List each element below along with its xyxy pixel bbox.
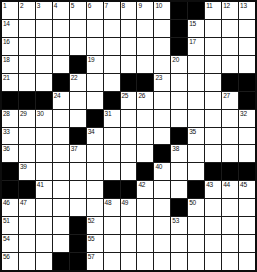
- black-cell-r5c9: [137, 74, 153, 91]
- cell-r6c11[interactable]: [171, 92, 187, 109]
- crossword-puzzle: 1234567891011121314151617181920212223242…: [0, 0, 257, 272]
- black-cell-r5c4: [53, 74, 69, 91]
- cell-r11c11[interactable]: [171, 181, 187, 198]
- black-cell-r12c11: [171, 199, 187, 216]
- cell-r2c4[interactable]: [53, 20, 69, 37]
- cell-r6c8[interactable]: 25: [121, 92, 137, 109]
- clue-number: 3: [37, 2, 40, 9]
- cell-r9c4[interactable]: [53, 145, 69, 162]
- cell-r4c12[interactable]: [188, 56, 204, 73]
- clue-number: 45: [240, 181, 247, 188]
- cell-r10c12[interactable]: [188, 163, 204, 180]
- cell-r5c11[interactable]: [171, 74, 187, 91]
- cell-r6c6[interactable]: [87, 92, 103, 109]
- cell-r3c6[interactable]: [87, 38, 103, 55]
- cell-r6c13[interactable]: [205, 92, 221, 109]
- cell-r1c8[interactable]: 8: [121, 2, 137, 19]
- clue-number: 55: [88, 235, 95, 242]
- cell-r2c14[interactable]: [222, 20, 238, 37]
- cell-r13c8[interactable]: [121, 217, 137, 234]
- cell-r14c11[interactable]: [171, 235, 187, 252]
- cell-r14c3[interactable]: [36, 235, 52, 252]
- cell-r7c12[interactable]: [188, 110, 204, 127]
- clue-number: 43: [206, 181, 213, 188]
- cell-r14c8[interactable]: [121, 235, 137, 252]
- cell-r13c12[interactable]: [188, 217, 204, 234]
- black-cell-r5c14: [222, 74, 238, 91]
- cell-r5c1[interactable]: 21: [2, 74, 18, 91]
- cell-r9c8[interactable]: [121, 145, 137, 162]
- cell-r14c15[interactable]: [239, 235, 255, 252]
- cell-r10c7[interactable]: [104, 163, 120, 180]
- cell-r12c14[interactable]: [222, 199, 238, 216]
- clue-number: 33: [3, 128, 10, 135]
- cell-r15c8[interactable]: [121, 253, 137, 270]
- cell-r6c9[interactable]: 26: [137, 92, 153, 109]
- clue-number: 27: [223, 92, 230, 99]
- clue-number: 52: [88, 217, 95, 224]
- clue-number: 19: [88, 56, 95, 63]
- clue-number: 32: [240, 110, 247, 117]
- cell-r2c13[interactable]: [205, 20, 221, 37]
- cell-r12c5[interactable]: [70, 199, 86, 216]
- black-cell-r6c2: [19, 92, 35, 109]
- clue-number: 41: [37, 181, 44, 188]
- cell-r7c3[interactable]: 30: [36, 110, 52, 127]
- cell-r15c11[interactable]: [171, 253, 187, 270]
- cell-r6c4[interactable]: 24: [53, 92, 69, 109]
- clue-number: 47: [20, 199, 27, 206]
- cell-r1c9[interactable]: 9: [137, 2, 153, 19]
- cell-r14c2[interactable]: [19, 235, 35, 252]
- clue-number: 5: [71, 2, 74, 9]
- cell-r8c9[interactable]: [137, 128, 153, 145]
- cell-r15c1[interactable]: 56: [2, 253, 18, 270]
- clue-number: 6: [88, 2, 91, 9]
- cell-r7c8[interactable]: [121, 110, 137, 127]
- black-cell-r2c11: [171, 20, 187, 37]
- black-cell-r11c7: [104, 181, 120, 198]
- clue-number: 48: [105, 199, 112, 206]
- cell-r10c11[interactable]: [171, 163, 187, 180]
- cell-r11c10[interactable]: [154, 181, 170, 198]
- cell-r4c8[interactable]: [121, 56, 137, 73]
- clue-number: 36: [3, 145, 10, 152]
- cell-r5c12[interactable]: [188, 74, 204, 91]
- cell-r12c12[interactable]: 50: [188, 199, 204, 216]
- cell-r14c13[interactable]: [205, 235, 221, 252]
- black-cell-r11c8: [121, 181, 137, 198]
- cell-r3c10[interactable]: [154, 38, 170, 55]
- cell-r15c10[interactable]: [154, 253, 170, 270]
- clue-number: 8: [122, 2, 125, 9]
- cell-r12c13[interactable]: [205, 199, 221, 216]
- cell-r10c4[interactable]: [53, 163, 69, 180]
- clue-number: 4: [54, 2, 57, 9]
- cell-r1c5[interactable]: 5: [70, 2, 86, 19]
- cell-r8c4[interactable]: [53, 128, 69, 145]
- cell-r7c1[interactable]: 28: [2, 110, 18, 127]
- cell-r9c6[interactable]: [87, 145, 103, 162]
- cell-r4c2[interactable]: [19, 56, 35, 73]
- cell-r2c6[interactable]: [87, 20, 103, 37]
- cell-r9c3[interactable]: [36, 145, 52, 162]
- clue-number: 11: [206, 2, 212, 9]
- clue-number: 21: [3, 74, 10, 81]
- cell-r8c15[interactable]: [239, 128, 255, 145]
- cell-r2c10[interactable]: [154, 20, 170, 37]
- cell-r11c9[interactable]: 42: [137, 181, 153, 198]
- cell-r9c1[interactable]: 36: [2, 145, 18, 162]
- black-cell-r10c9: [137, 163, 153, 180]
- cell-r3c9[interactable]: [137, 38, 153, 55]
- cell-r2c7[interactable]: [104, 20, 120, 37]
- clue-number: 35: [189, 128, 196, 135]
- clue-number: 2: [20, 2, 23, 9]
- cell-r3c3[interactable]: [36, 38, 52, 55]
- cell-r1c6[interactable]: 6: [87, 2, 103, 19]
- cell-r13c9[interactable]: [137, 217, 153, 234]
- black-cell-r15c4: [53, 253, 69, 270]
- cell-r13c1[interactable]: 51: [2, 217, 18, 234]
- cell-r2c1[interactable]: 14: [2, 20, 18, 37]
- clue-number: 42: [138, 181, 145, 188]
- cell-r3c4[interactable]: [53, 38, 69, 55]
- cell-r12c8[interactable]: 49: [121, 199, 137, 216]
- clue-number: 51: [3, 217, 10, 224]
- cell-r3c8[interactable]: [121, 38, 137, 55]
- clue-number: 18: [3, 56, 10, 63]
- cell-r14c6[interactable]: 55: [87, 235, 103, 252]
- cell-r7c9[interactable]: [137, 110, 153, 127]
- clue-number: 13: [240, 2, 247, 9]
- cell-r9c11[interactable]: 38: [171, 145, 187, 162]
- cell-r3c13[interactable]: [205, 38, 221, 55]
- clue-number: 50: [189, 199, 196, 206]
- cell-r12c10[interactable]: [154, 199, 170, 216]
- cell-r3c2[interactable]: [19, 38, 35, 55]
- clue-number: 7: [105, 2, 108, 9]
- cell-r9c12[interactable]: [188, 145, 204, 162]
- cell-r6c5[interactable]: [70, 92, 86, 109]
- cell-r11c4[interactable]: [53, 181, 69, 198]
- clue-number: 54: [3, 235, 10, 242]
- cell-r10c10[interactable]: 40: [154, 163, 170, 180]
- clue-number: 29: [20, 110, 27, 117]
- cell-r4c6[interactable]: 19: [87, 56, 103, 73]
- black-cell-r10c1: [2, 163, 18, 180]
- cell-r12c1[interactable]: 46: [2, 199, 18, 216]
- black-cell-r6c3: [36, 92, 52, 109]
- cell-r7c4[interactable]: [53, 110, 69, 127]
- cell-r12c15[interactable]: [239, 199, 255, 216]
- cell-r1c2[interactable]: 2: [19, 2, 35, 19]
- cell-r15c2[interactable]: [19, 253, 35, 270]
- black-cell-r11c12: [188, 181, 204, 198]
- black-cell-r10c15: [239, 163, 255, 180]
- cell-r14c12[interactable]: [188, 235, 204, 252]
- cell-r11c6[interactable]: [87, 181, 103, 198]
- cell-r8c8[interactable]: [121, 128, 137, 145]
- cell-r8c1[interactable]: 33: [2, 128, 18, 145]
- clue-number: 14: [3, 20, 10, 27]
- black-cell-r1c11: [171, 2, 187, 19]
- cell-r5c2[interactable]: [19, 74, 35, 91]
- cell-r2c9[interactable]: [137, 20, 153, 37]
- cell-r3c7[interactable]: [104, 38, 120, 55]
- cell-r12c4[interactable]: [53, 199, 69, 216]
- cell-r14c14[interactable]: [222, 235, 238, 252]
- cell-r9c7[interactable]: [104, 145, 120, 162]
- black-cell-r13c5: [70, 217, 86, 234]
- cell-r15c12[interactable]: [188, 253, 204, 270]
- cell-r7c5[interactable]: [70, 110, 86, 127]
- cell-r9c13[interactable]: [205, 145, 221, 162]
- clue-number: 57: [88, 253, 95, 260]
- clue-number: 20: [172, 56, 179, 63]
- cell-r2c15[interactable]: [239, 20, 255, 37]
- cell-r12c2[interactable]: 47: [19, 199, 35, 216]
- cell-r3c15[interactable]: [239, 38, 255, 55]
- cell-r9c15[interactable]: [239, 145, 255, 162]
- black-cell-r14c5: [70, 235, 86, 252]
- cell-r12c3[interactable]: [36, 199, 52, 216]
- cell-r4c11[interactable]: 20: [171, 56, 187, 73]
- clue-number: 39: [20, 163, 27, 170]
- cell-r6c14[interactable]: 27: [222, 92, 238, 109]
- cell-r9c14[interactable]: [222, 145, 238, 162]
- cell-r7c13[interactable]: [205, 110, 221, 127]
- cell-r11c14[interactable]: 44: [222, 181, 238, 198]
- cell-r10c3[interactable]: [36, 163, 52, 180]
- cell-r12c9[interactable]: [137, 199, 153, 216]
- cell-r1c13[interactable]: 11: [205, 2, 221, 19]
- cell-r2c12[interactable]: 15: [188, 20, 204, 37]
- clue-number: 38: [172, 145, 179, 152]
- black-cell-r11c2: [19, 181, 35, 198]
- clue-number: 16: [3, 38, 10, 45]
- cell-r14c7[interactable]: [104, 235, 120, 252]
- crossword-grid: 1234567891011121314151617181920212223242…: [0, 0, 257, 272]
- cell-r8c14[interactable]: [222, 128, 238, 145]
- black-cell-r8c5: [70, 128, 86, 145]
- cell-r8c2[interactable]: [19, 128, 35, 145]
- black-cell-r5c8: [121, 74, 137, 91]
- cell-r10c6[interactable]: [87, 163, 103, 180]
- cell-r2c3[interactable]: [36, 20, 52, 37]
- cell-r3c14[interactable]: [222, 38, 238, 55]
- cell-r14c10[interactable]: [154, 235, 170, 252]
- cell-r14c1[interactable]: 54: [2, 235, 18, 252]
- cell-r13c4[interactable]: [53, 217, 69, 234]
- black-cell-r6c15: [239, 92, 255, 109]
- cell-r13c11[interactable]: 53: [171, 217, 187, 234]
- cell-r9c9[interactable]: [137, 145, 153, 162]
- cell-r7c10[interactable]: [154, 110, 170, 127]
- black-cell-r8c11: [171, 128, 187, 145]
- cell-r4c13[interactable]: [205, 56, 221, 73]
- clue-number: 56: [3, 253, 10, 260]
- black-cell-r9c10: [154, 145, 170, 162]
- black-cell-r5c15: [239, 74, 255, 91]
- clue-number: 12: [223, 2, 230, 9]
- cell-r5c5[interactable]: 22: [70, 74, 86, 91]
- cell-r8c12[interactable]: 35: [188, 128, 204, 145]
- clue-number: 40: [155, 163, 162, 170]
- clue-number: 23: [155, 74, 162, 81]
- cell-r8c7[interactable]: [104, 128, 120, 145]
- cell-r14c4[interactable]: [53, 235, 69, 252]
- cell-r8c10[interactable]: [154, 128, 170, 145]
- cell-r1c3[interactable]: 3: [36, 2, 52, 19]
- cell-r11c13[interactable]: 43: [205, 181, 221, 198]
- cell-r5c7[interactable]: [104, 74, 120, 91]
- clue-number: 22: [71, 74, 78, 81]
- cell-r4c15[interactable]: [239, 56, 255, 73]
- black-cell-r15c5: [70, 253, 86, 270]
- cell-r7c15[interactable]: 32: [239, 110, 255, 127]
- black-cell-r4c5: [70, 56, 86, 73]
- cell-r4c10[interactable]: [154, 56, 170, 73]
- black-cell-r6c1: [2, 92, 18, 109]
- cell-r9c5[interactable]: 37: [70, 145, 86, 162]
- cell-r15c6[interactable]: 57: [87, 253, 103, 270]
- cell-r3c5[interactable]: [70, 38, 86, 55]
- cell-r4c1[interactable]: 18: [2, 56, 18, 73]
- cell-r15c13[interactable]: [205, 253, 221, 270]
- cell-r15c3[interactable]: [36, 253, 52, 270]
- clue-number: 17: [189, 38, 196, 45]
- black-cell-r3c11: [171, 38, 187, 55]
- cell-r10c8[interactable]: [121, 163, 137, 180]
- cell-r4c14[interactable]: [222, 56, 238, 73]
- cell-r7c11[interactable]: [171, 110, 187, 127]
- cell-r13c2[interactable]: [19, 217, 35, 234]
- cell-r12c7[interactable]: 48: [104, 199, 120, 216]
- cell-r13c13[interactable]: [205, 217, 221, 234]
- cell-r15c9[interactable]: [137, 253, 153, 270]
- clue-number: 26: [138, 92, 145, 99]
- black-cell-r7c6: [87, 110, 103, 127]
- clue-number: 46: [3, 199, 10, 206]
- cell-r10c5[interactable]: [70, 163, 86, 180]
- cell-r2c8[interactable]: [121, 20, 137, 37]
- clue-number: 53: [172, 217, 179, 224]
- cell-r13c7[interactable]: [104, 217, 120, 234]
- black-cell-r6c7: [104, 92, 120, 109]
- cell-r4c9[interactable]: [137, 56, 153, 73]
- clue-number: 49: [122, 199, 129, 206]
- clue-number: 9: [138, 2, 141, 9]
- clue-number: 10: [155, 2, 162, 9]
- cell-r2c2[interactable]: [19, 20, 35, 37]
- cell-r9c2[interactable]: [19, 145, 35, 162]
- cell-r6c10[interactable]: [154, 92, 170, 109]
- clue-number: 28: [3, 110, 10, 117]
- cell-r13c14[interactable]: [222, 217, 238, 234]
- cell-r3c12[interactable]: 17: [188, 38, 204, 55]
- clue-number: 24: [54, 92, 61, 99]
- clue-number: 30: [37, 110, 44, 117]
- cell-r13c10[interactable]: [154, 217, 170, 234]
- cell-r8c13[interactable]: [205, 128, 221, 145]
- cell-r1c14[interactable]: 12: [222, 2, 238, 19]
- cell-r15c14[interactable]: [222, 253, 238, 270]
- cell-r12c6[interactable]: [87, 199, 103, 216]
- cell-r11c3[interactable]: 41: [36, 181, 52, 198]
- cell-r7c2[interactable]: 29: [19, 110, 35, 127]
- cell-r1c7[interactable]: 7: [104, 2, 120, 19]
- cell-r1c10[interactable]: 10: [154, 2, 170, 19]
- cell-r11c15[interactable]: 45: [239, 181, 255, 198]
- cell-r15c7[interactable]: [104, 253, 120, 270]
- cell-r15c15[interactable]: [239, 253, 255, 270]
- black-cell-r11c1: [2, 181, 18, 198]
- cell-r11c5[interactable]: [70, 181, 86, 198]
- cell-r2c5[interactable]: [70, 20, 86, 37]
- cell-r5c13[interactable]: [205, 74, 221, 91]
- cell-r4c7[interactable]: [104, 56, 120, 73]
- cell-r6c12[interactable]: [188, 92, 204, 109]
- cell-r8c6[interactable]: 34: [87, 128, 103, 145]
- cell-r10c2[interactable]: 39: [19, 163, 35, 180]
- cell-r1c15[interactable]: 13: [239, 2, 255, 19]
- cell-r4c4[interactable]: [53, 56, 69, 73]
- clue-number: 44: [223, 181, 230, 188]
- cell-r13c15[interactable]: [239, 217, 255, 234]
- cell-r3c1[interactable]: 16: [2, 38, 18, 55]
- cell-r5c6[interactable]: [87, 74, 103, 91]
- cell-r4c3[interactable]: [36, 56, 52, 73]
- cell-r7c7[interactable]: 31: [104, 110, 120, 127]
- clue-number: 1: [3, 2, 6, 9]
- cell-r14c9[interactable]: [137, 235, 153, 252]
- cell-r5c3[interactable]: [36, 74, 52, 91]
- cell-r8c3[interactable]: [36, 128, 52, 145]
- black-cell-r10c13: [205, 163, 221, 180]
- cell-r7c14[interactable]: [222, 110, 238, 127]
- cell-r1c1[interactable]: 1: [2, 2, 18, 19]
- black-cell-r1c12: [188, 2, 204, 19]
- cell-r13c6[interactable]: 52: [87, 217, 103, 234]
- clue-number: 37: [71, 145, 78, 152]
- cell-r13c3[interactable]: [36, 217, 52, 234]
- clue-number: 15: [189, 20, 196, 27]
- black-cell-r10c14: [222, 163, 238, 180]
- clue-number: 34: [88, 128, 95, 135]
- clue-number: 31: [105, 110, 112, 117]
- cell-r1c4[interactable]: 4: [53, 2, 69, 19]
- clue-number: 25: [122, 92, 129, 99]
- cell-r5c10[interactable]: 23: [154, 74, 170, 91]
